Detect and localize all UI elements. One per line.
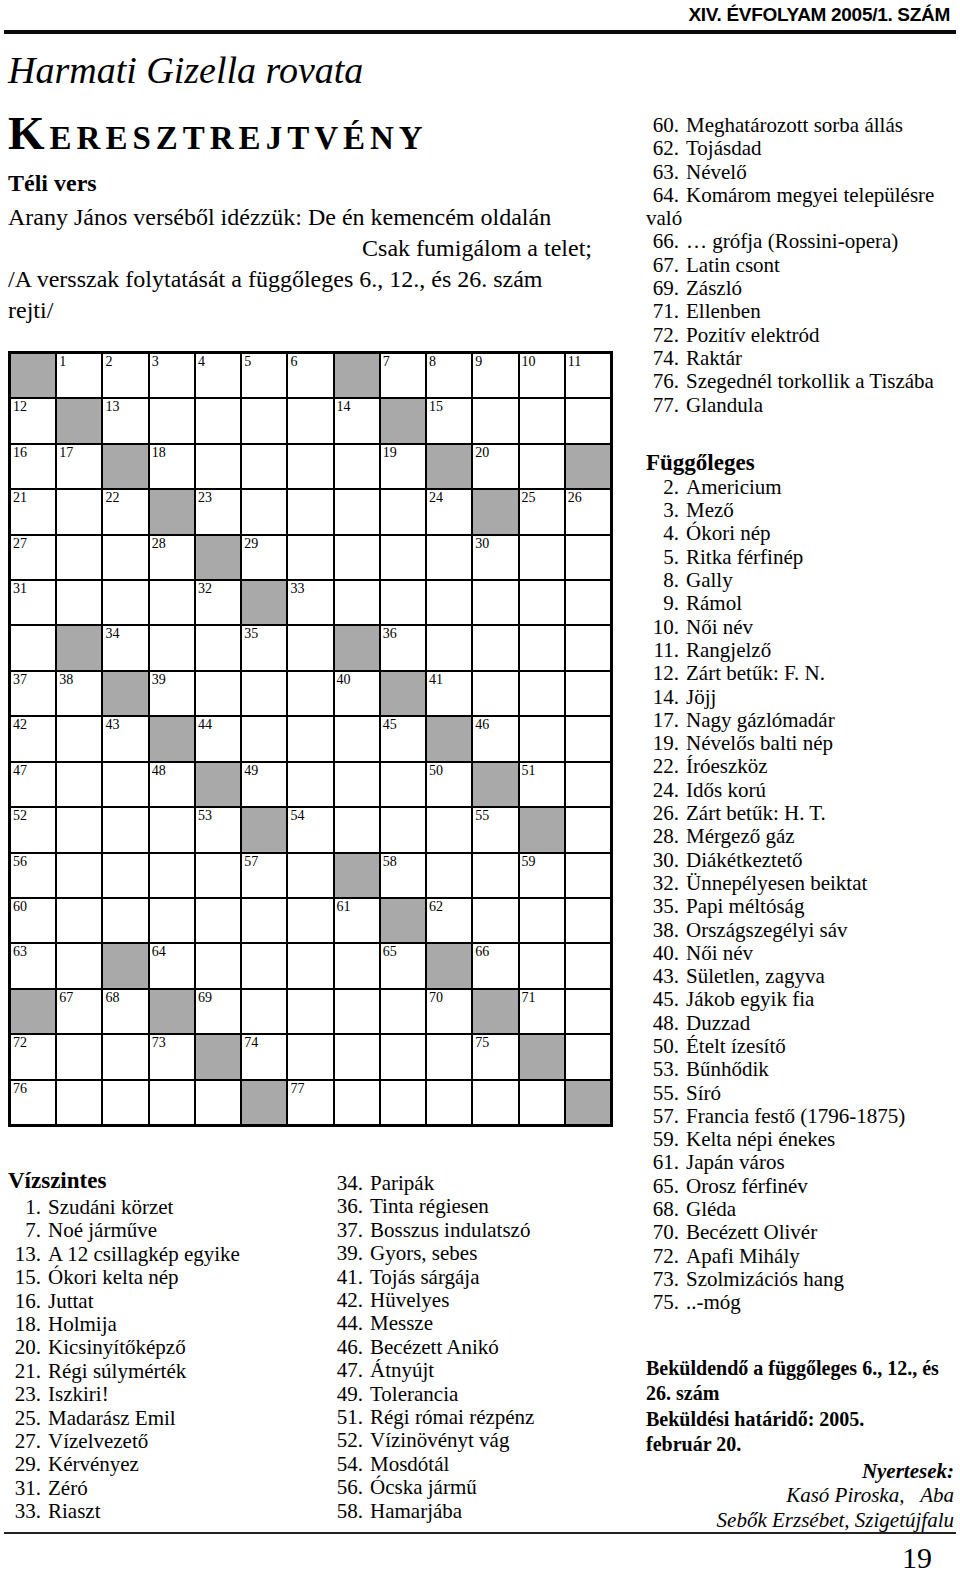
clue-text: Riaszt bbox=[48, 1499, 101, 1523]
cell-r13c12[interactable] bbox=[519, 898, 565, 943]
cell-r17c5[interactable] bbox=[195, 1080, 241, 1125]
cell-r7c12[interactable] bbox=[519, 625, 565, 670]
cell-r16c4[interactable]: 73 bbox=[149, 1034, 195, 1079]
cell-r4c8[interactable] bbox=[334, 489, 380, 534]
cell-r2c4[interactable] bbox=[149, 398, 195, 443]
cell-r5c2[interactable] bbox=[56, 535, 102, 580]
cell-r2c7[interactable] bbox=[287, 398, 333, 443]
cell-number-33: 33 bbox=[290, 581, 304, 596]
clue-text: ..-móg bbox=[686, 1290, 741, 1314]
cell-r10c10[interactable]: 50 bbox=[426, 762, 472, 807]
cell-number-3: 3 bbox=[152, 354, 159, 369]
cell-number-52: 52 bbox=[13, 808, 27, 823]
clue-text: Francia festő (1796-1875) bbox=[686, 1104, 905, 1128]
cell-r6c1[interactable]: 31 bbox=[10, 580, 56, 625]
cell-r10c8[interactable] bbox=[334, 762, 380, 807]
cell-r4c5[interactable]: 23 bbox=[195, 489, 241, 534]
cell-r5c9[interactable] bbox=[380, 535, 426, 580]
cell-r5c6[interactable]: 29 bbox=[241, 535, 287, 580]
clue-29: 29.Kérvényez bbox=[8, 1453, 320, 1476]
cell-r15c7[interactable] bbox=[287, 989, 333, 1034]
cell-number-34: 34 bbox=[105, 626, 119, 641]
cell-r10c13[interactable] bbox=[565, 762, 611, 807]
cell-r17c12[interactable] bbox=[519, 1080, 565, 1125]
cell-r17c10[interactable] bbox=[426, 1080, 472, 1125]
cell-r4c10[interactable]: 24 bbox=[426, 489, 472, 534]
clue-number: 34. bbox=[330, 1172, 363, 1195]
cell-r2c12[interactable] bbox=[519, 398, 565, 443]
cell-r12c6[interactable]: 57 bbox=[241, 853, 287, 898]
cell-r16c10[interactable] bbox=[426, 1034, 472, 1079]
down-heading: Függőleges bbox=[646, 450, 954, 476]
cell-r17c7[interactable]: 77 bbox=[287, 1080, 333, 1125]
cell-r11c13[interactable] bbox=[565, 807, 611, 852]
cell-r13c10[interactable]: 62 bbox=[426, 898, 472, 943]
cell-r11c11[interactable]: 55 bbox=[472, 807, 518, 852]
cell-r1c11[interactable]: 9 bbox=[472, 353, 518, 398]
clue-text: Jöjj bbox=[686, 685, 716, 709]
clue-number: 24. bbox=[646, 779, 679, 802]
cell-r14c4[interactable]: 64 bbox=[149, 943, 195, 988]
cell-r2c11[interactable] bbox=[472, 398, 518, 443]
top-rule bbox=[4, 30, 956, 34]
cell-r15c2[interactable]: 67 bbox=[56, 989, 102, 1034]
cell-r9c5[interactable]: 44 bbox=[195, 716, 241, 761]
cell-r5c8[interactable] bbox=[334, 535, 380, 580]
clue-text: Raktár bbox=[686, 346, 742, 370]
cell-r12c9[interactable]: 58 bbox=[380, 853, 426, 898]
cell-r5c10[interactable] bbox=[426, 535, 472, 580]
cell-r13c6[interactable] bbox=[241, 898, 287, 943]
cell-r9c13[interactable] bbox=[565, 716, 611, 761]
cell-r11c8[interactable] bbox=[334, 807, 380, 852]
cell-r12c3[interactable] bbox=[102, 853, 148, 898]
cell-r6c7[interactable]: 33 bbox=[287, 580, 333, 625]
clue-number: 45. bbox=[646, 988, 679, 1011]
cell-r17c4[interactable] bbox=[149, 1080, 195, 1125]
cell-r8c1[interactable]: 37 bbox=[10, 671, 56, 716]
cell-r13c8[interactable]: 61 bbox=[334, 898, 380, 943]
cell-r17c11[interactable] bbox=[472, 1080, 518, 1125]
cell-r15c3[interactable]: 68 bbox=[102, 989, 148, 1034]
cell-r16c8[interactable] bbox=[334, 1034, 380, 1079]
cell-r15c9[interactable] bbox=[380, 989, 426, 1034]
cell-r17c1[interactable]: 76 bbox=[10, 1080, 56, 1125]
clue-text: Papi méltóság bbox=[686, 894, 804, 918]
cell-r3c11[interactable]: 20 bbox=[472, 444, 518, 489]
cell-r8c2[interactable]: 38 bbox=[56, 671, 102, 716]
cell-r3c12[interactable] bbox=[519, 444, 565, 489]
cell-r15c8[interactable] bbox=[334, 989, 380, 1034]
clue-number: 8. bbox=[646, 569, 679, 592]
clue-number: 7. bbox=[8, 1219, 41, 1242]
cell-r9c6[interactable] bbox=[241, 716, 287, 761]
cell-r8c5[interactable] bbox=[195, 671, 241, 716]
cell-number-27: 27 bbox=[13, 536, 27, 551]
cell-r3c2[interactable]: 17 bbox=[56, 444, 102, 489]
cell-r5c4[interactable]: 28 bbox=[149, 535, 195, 580]
cell-r16c7[interactable] bbox=[287, 1034, 333, 1079]
cell-r12c1[interactable]: 56 bbox=[10, 853, 56, 898]
cell-r7c1[interactable] bbox=[10, 625, 56, 670]
cell-r16c1[interactable]: 72 bbox=[10, 1034, 56, 1079]
issue-label: XIV. ÉVFOLYAM 2005/1. SZÁM bbox=[689, 4, 951, 26]
cell-r1c9[interactable]: 7 bbox=[380, 353, 426, 398]
cell-r16c3[interactable] bbox=[102, 1034, 148, 1079]
cell-r8c12[interactable] bbox=[519, 671, 565, 716]
clue-number: 20. bbox=[8, 1336, 41, 1359]
cell-r2c6[interactable] bbox=[241, 398, 287, 443]
cell-r8c11[interactable] bbox=[472, 671, 518, 716]
clue-25: 25.Madarász Emil bbox=[8, 1407, 320, 1430]
cell-r5c13[interactable] bbox=[565, 535, 611, 580]
clue-39: 39.Gyors, sebes bbox=[330, 1242, 630, 1265]
cell-r14c13[interactable] bbox=[565, 943, 611, 988]
cell-r10c7[interactable] bbox=[287, 762, 333, 807]
cell-r9c8[interactable] bbox=[334, 716, 380, 761]
cell-r15c10[interactable]: 70 bbox=[426, 989, 472, 1034]
cell-r7c6[interactable]: 35 bbox=[241, 625, 287, 670]
cell-r14c8[interactable] bbox=[334, 943, 380, 988]
cell-r14c9[interactable]: 65 bbox=[380, 943, 426, 988]
cell-r1c13[interactable]: 11 bbox=[565, 353, 611, 398]
clue-text: Jákob egyik fia bbox=[686, 987, 814, 1011]
clue-number: 11. bbox=[646, 639, 679, 662]
across-clues-col1: 1.Szudáni körzet7.Noé járműve13.A 12 csi… bbox=[8, 1196, 320, 1524]
cell-r5c7[interactable] bbox=[287, 535, 333, 580]
clue-5: 5.Ritka férfinép bbox=[646, 546, 954, 569]
clue-number: 9. bbox=[646, 592, 679, 615]
cell-r13c1[interactable]: 60 bbox=[10, 898, 56, 943]
cell-r16c2[interactable] bbox=[56, 1034, 102, 1079]
cell-r14c7[interactable] bbox=[287, 943, 333, 988]
cell-r6c13[interactable] bbox=[565, 580, 611, 625]
cell-number-57: 57 bbox=[244, 854, 258, 869]
cell-number-76: 76 bbox=[13, 1081, 27, 1096]
cell-r10c3[interactable] bbox=[102, 762, 148, 807]
cell-r7c7[interactable] bbox=[287, 625, 333, 670]
clue-number: 36. bbox=[330, 1195, 363, 1218]
cell-r13c2[interactable] bbox=[56, 898, 102, 943]
cell-r4c9[interactable] bbox=[380, 489, 426, 534]
cell-r6c12[interactable] bbox=[519, 580, 565, 625]
cell-r9c7[interactable] bbox=[287, 716, 333, 761]
cell-r17c2[interactable] bbox=[56, 1080, 102, 1125]
cell-r15c12[interactable]: 71 bbox=[519, 989, 565, 1034]
clue-19: 19.Névelős balti nép bbox=[646, 732, 954, 755]
cell-r12c12[interactable]: 59 bbox=[519, 853, 565, 898]
clue-text: Nagy gázlómadár bbox=[686, 708, 835, 732]
cell-r17c3[interactable] bbox=[102, 1080, 148, 1125]
clue-number: 75. bbox=[646, 1291, 679, 1314]
cell-r14c2[interactable] bbox=[56, 943, 102, 988]
clue-17: 17.Nagy gázlómadár bbox=[646, 709, 954, 732]
cell-r7c5[interactable] bbox=[195, 625, 241, 670]
cell-number-22: 22 bbox=[105, 490, 119, 505]
cell-r12c5[interactable] bbox=[195, 853, 241, 898]
clue-number: 4. bbox=[646, 522, 679, 545]
cell-r15c6[interactable] bbox=[241, 989, 287, 1034]
cell-r1c12[interactable]: 10 bbox=[519, 353, 565, 398]
cell-r4c3[interactable]: 22 bbox=[102, 489, 148, 534]
cell-r9c3[interactable]: 43 bbox=[102, 716, 148, 761]
cell-r14c1[interactable]: 63 bbox=[10, 943, 56, 988]
cell-number-8: 8 bbox=[429, 354, 436, 369]
cell-r12c7[interactable] bbox=[287, 853, 333, 898]
cell-r1c7[interactable]: 6 bbox=[287, 353, 333, 398]
cell-r11c10[interactable] bbox=[426, 807, 472, 852]
cell-r16c13[interactable] bbox=[565, 1034, 611, 1079]
cell-number-69: 69 bbox=[198, 990, 212, 1005]
cell-r14c12[interactable] bbox=[519, 943, 565, 988]
cell-r14c11[interactable]: 66 bbox=[472, 943, 518, 988]
cell-r10c6[interactable]: 49 bbox=[241, 762, 287, 807]
cell-r7c3[interactable]: 34 bbox=[102, 625, 148, 670]
cell-r11c7[interactable]: 54 bbox=[287, 807, 333, 852]
cell-r1c2[interactable]: 1 bbox=[56, 353, 102, 398]
cell-number-74: 74 bbox=[244, 1035, 258, 1050]
cell-r2c10[interactable]: 15 bbox=[426, 398, 472, 443]
cell-number-36: 36 bbox=[383, 626, 397, 641]
clue-number: 27. bbox=[8, 1430, 41, 1453]
cell-r10c12[interactable]: 51 bbox=[519, 762, 565, 807]
clue-number: 63. bbox=[646, 161, 679, 184]
cell-r11c3[interactable] bbox=[102, 807, 148, 852]
cell-r15c13[interactable] bbox=[565, 989, 611, 1034]
cell-r14c5[interactable] bbox=[195, 943, 241, 988]
cell-r2c1[interactable]: 12 bbox=[10, 398, 56, 443]
cell-r9c9[interactable]: 45 bbox=[380, 716, 426, 761]
clue-text: Mérgező gáz bbox=[686, 824, 795, 848]
cell-r12c11[interactable] bbox=[472, 853, 518, 898]
clue-text: Holmija bbox=[48, 1312, 117, 1336]
cell-r12c2[interactable] bbox=[56, 853, 102, 898]
cell-r1c3[interactable]: 2 bbox=[102, 353, 148, 398]
cell-r13c11[interactable] bbox=[472, 898, 518, 943]
cell-number-12: 12 bbox=[13, 399, 27, 414]
cell-r7c4[interactable] bbox=[149, 625, 195, 670]
clue-69: 69.Zászló bbox=[646, 277, 954, 300]
clue-text: Kérvényez bbox=[48, 1452, 139, 1476]
cell-r8c8[interactable]: 40 bbox=[334, 671, 380, 716]
cell-r6c8[interactable] bbox=[334, 580, 380, 625]
cell-r3c5[interactable] bbox=[195, 444, 241, 489]
cell-number-73: 73 bbox=[152, 1035, 166, 1050]
cell-r2c3[interactable]: 13 bbox=[102, 398, 148, 443]
clue-text: Kicsinyítőképző bbox=[48, 1335, 186, 1359]
cell-r16c11[interactable]: 75 bbox=[472, 1034, 518, 1079]
cell-r17c9[interactable] bbox=[380, 1080, 426, 1125]
cell-r2c5[interactable] bbox=[195, 398, 241, 443]
cell-number-38: 38 bbox=[59, 672, 73, 687]
blocked-cell-r16c5 bbox=[195, 1034, 241, 1079]
cell-number-62: 62 bbox=[429, 899, 443, 914]
cell-r9c1[interactable]: 42 bbox=[10, 716, 56, 761]
clue-number: 55. bbox=[646, 1082, 679, 1105]
clue-16: 16.Juttat bbox=[8, 1290, 320, 1313]
clue-text: Női név bbox=[686, 615, 753, 639]
cell-r8c10[interactable]: 41 bbox=[426, 671, 472, 716]
cell-r8c13[interactable] bbox=[565, 671, 611, 716]
blocked-cell-r7c8 bbox=[334, 625, 380, 670]
clue-text: Szegednél torkollik a Tiszába bbox=[686, 369, 934, 393]
clue-text: Névelő bbox=[686, 160, 747, 184]
cell-r3c8[interactable] bbox=[334, 444, 380, 489]
crossword-grid[interactable]: 1234567891011121314151617181920212223242… bbox=[8, 351, 613, 1127]
cell-r10c1[interactable]: 47 bbox=[10, 762, 56, 807]
cell-number-18: 18 bbox=[152, 445, 166, 460]
cell-number-60: 60 bbox=[13, 899, 27, 914]
cell-r4c12[interactable]: 25 bbox=[519, 489, 565, 534]
cell-r9c12[interactable] bbox=[519, 716, 565, 761]
cell-r7c9[interactable]: 36 bbox=[380, 625, 426, 670]
intro-line-2: Csak fumigálom a telet; bbox=[8, 233, 592, 264]
cell-r6c2[interactable] bbox=[56, 580, 102, 625]
clue-text: Régi római rézpénz bbox=[370, 1405, 534, 1429]
cell-r6c9[interactable] bbox=[380, 580, 426, 625]
cell-number-44: 44 bbox=[198, 717, 212, 732]
cell-r14c6[interactable] bbox=[241, 943, 287, 988]
cell-r3c7[interactable] bbox=[287, 444, 333, 489]
cell-r11c1[interactable]: 52 bbox=[10, 807, 56, 852]
cell-r10c4[interactable]: 48 bbox=[149, 762, 195, 807]
clue-text: Ókori nép bbox=[686, 521, 771, 545]
cell-r3c6[interactable] bbox=[241, 444, 287, 489]
cell-r2c8[interactable]: 14 bbox=[334, 398, 380, 443]
cell-r8c7[interactable] bbox=[287, 671, 333, 716]
cell-r7c11[interactable] bbox=[472, 625, 518, 670]
right-column: 60.Meghatározott sorba állás62.Tojásdad6… bbox=[646, 114, 954, 1532]
clue-number: 58. bbox=[330, 1500, 363, 1523]
cell-r5c3[interactable] bbox=[102, 535, 148, 580]
clue-65: 65.Orosz férfinév bbox=[646, 1175, 954, 1198]
cell-number-16: 16 bbox=[13, 445, 27, 460]
cell-r3c1[interactable]: 16 bbox=[10, 444, 56, 489]
clue-text: Bűnhődik bbox=[686, 1057, 769, 1081]
submit-line-1: Beküldendő a függőleges 6., 12., és bbox=[646, 1356, 954, 1382]
clue-text: Síró bbox=[686, 1081, 721, 1105]
clue-text: Americium bbox=[686, 475, 782, 499]
cell-r6c11[interactable] bbox=[472, 580, 518, 625]
cell-r4c6[interactable] bbox=[241, 489, 287, 534]
cell-r12c10[interactable] bbox=[426, 853, 472, 898]
cell-r11c2[interactable] bbox=[56, 807, 102, 852]
cell-number-39: 39 bbox=[152, 672, 166, 687]
cell-number-56: 56 bbox=[13, 854, 27, 869]
cell-r2c13[interactable] bbox=[565, 398, 611, 443]
cell-r10c2[interactable] bbox=[56, 762, 102, 807]
cell-r5c11[interactable]: 30 bbox=[472, 535, 518, 580]
cell-r9c11[interactable]: 46 bbox=[472, 716, 518, 761]
cell-r6c4[interactable] bbox=[149, 580, 195, 625]
clue-text: Ókori kelta nép bbox=[48, 1265, 179, 1289]
cell-number-5: 5 bbox=[244, 354, 251, 369]
cell-number-53: 53 bbox=[198, 808, 212, 823]
blocked-cell-r9c10 bbox=[426, 716, 472, 761]
cell-r9c2[interactable] bbox=[56, 716, 102, 761]
clue-21: 21.Régi súlymérték bbox=[8, 1360, 320, 1383]
cell-number-77: 77 bbox=[290, 1081, 304, 1096]
cell-r6c3[interactable] bbox=[102, 580, 148, 625]
blocked-cell-r2c9 bbox=[380, 398, 426, 443]
cell-r7c13[interactable] bbox=[565, 625, 611, 670]
cell-r8c6[interactable] bbox=[241, 671, 287, 716]
clue-text: Mező bbox=[686, 498, 734, 522]
cell-r13c4[interactable] bbox=[149, 898, 195, 943]
cell-r1c4[interactable]: 3 bbox=[149, 353, 195, 398]
cell-r1c6[interactable]: 5 bbox=[241, 353, 287, 398]
cell-r12c4[interactable] bbox=[149, 853, 195, 898]
clue-58: 58.Hamarjába bbox=[330, 1500, 630, 1523]
clue-3: 3.Mező bbox=[646, 499, 954, 522]
cell-r7c10[interactable] bbox=[426, 625, 472, 670]
clue-text: Glandula bbox=[686, 393, 763, 417]
cell-r16c9[interactable] bbox=[380, 1034, 426, 1079]
cell-r1c5[interactable]: 4 bbox=[195, 353, 241, 398]
clue-number: 74. bbox=[646, 347, 679, 370]
cell-r13c5[interactable] bbox=[195, 898, 241, 943]
cell-r4c1[interactable]: 21 bbox=[10, 489, 56, 534]
cell-r4c7[interactable] bbox=[287, 489, 333, 534]
cell-r13c13[interactable] bbox=[565, 898, 611, 943]
clue-text: Paripák bbox=[370, 1171, 434, 1195]
cell-r6c10[interactable] bbox=[426, 580, 472, 625]
cell-r11c9[interactable] bbox=[380, 807, 426, 852]
clue-number: 42. bbox=[330, 1289, 363, 1312]
cell-r17c8[interactable] bbox=[334, 1080, 380, 1125]
cell-r5c1[interactable]: 27 bbox=[10, 535, 56, 580]
clue-number: 17. bbox=[646, 709, 679, 732]
cell-r4c13[interactable]: 26 bbox=[565, 489, 611, 534]
clue-number: 35. bbox=[646, 895, 679, 918]
winners-block: Nyertesek: Kasó Piroska, Aba Sebők Erzsé… bbox=[646, 1459, 954, 1533]
submit-line-2: 26. szám bbox=[646, 1381, 954, 1407]
clue-48: 48.Duzzad bbox=[646, 1012, 954, 1035]
deadline-line-2: február 20. bbox=[646, 1432, 954, 1458]
clue-number: 37. bbox=[330, 1219, 363, 1242]
cell-r15c5[interactable]: 69 bbox=[195, 989, 241, 1034]
clue-number: 54. bbox=[330, 1453, 363, 1476]
cell-r16c6[interactable]: 74 bbox=[241, 1034, 287, 1079]
cell-r11c5[interactable]: 53 bbox=[195, 807, 241, 852]
cell-number-10: 10 bbox=[522, 354, 536, 369]
cell-r13c3[interactable] bbox=[102, 898, 148, 943]
cell-number-24: 24 bbox=[429, 490, 443, 505]
cell-r3c9[interactable]: 19 bbox=[380, 444, 426, 489]
clue-number: 70. bbox=[646, 1221, 679, 1244]
cell-r8c4[interactable]: 39 bbox=[149, 671, 195, 716]
clue-text: Ünnepélyesen beiktat bbox=[686, 871, 867, 895]
clue-text: Zárt betűk: H. T. bbox=[686, 801, 826, 825]
clue-text: Ételt ízesítő bbox=[686, 1034, 786, 1058]
clue-77: 77.Glandula bbox=[646, 394, 954, 417]
cell-r5c12[interactable] bbox=[519, 535, 565, 580]
cell-r10c9[interactable] bbox=[380, 762, 426, 807]
cell-r3c4[interactable]: 18 bbox=[149, 444, 195, 489]
cell-r11c4[interactable] bbox=[149, 807, 195, 852]
clue-text: Sületlen, zagyva bbox=[686, 964, 825, 988]
cell-r4c2[interactable] bbox=[56, 489, 102, 534]
cell-number-51: 51 bbox=[522, 763, 536, 778]
clue-2: 2.Americium bbox=[646, 476, 954, 499]
clue-text: Zászló bbox=[686, 276, 742, 300]
clue-text: Vízinövényt vág bbox=[370, 1428, 509, 1452]
cell-r1c10[interactable]: 8 bbox=[426, 353, 472, 398]
cell-r6c5[interactable]: 32 bbox=[195, 580, 241, 625]
cell-r12c13[interactable] bbox=[565, 853, 611, 898]
cell-number-59: 59 bbox=[522, 854, 536, 869]
cell-r13c7[interactable] bbox=[287, 898, 333, 943]
